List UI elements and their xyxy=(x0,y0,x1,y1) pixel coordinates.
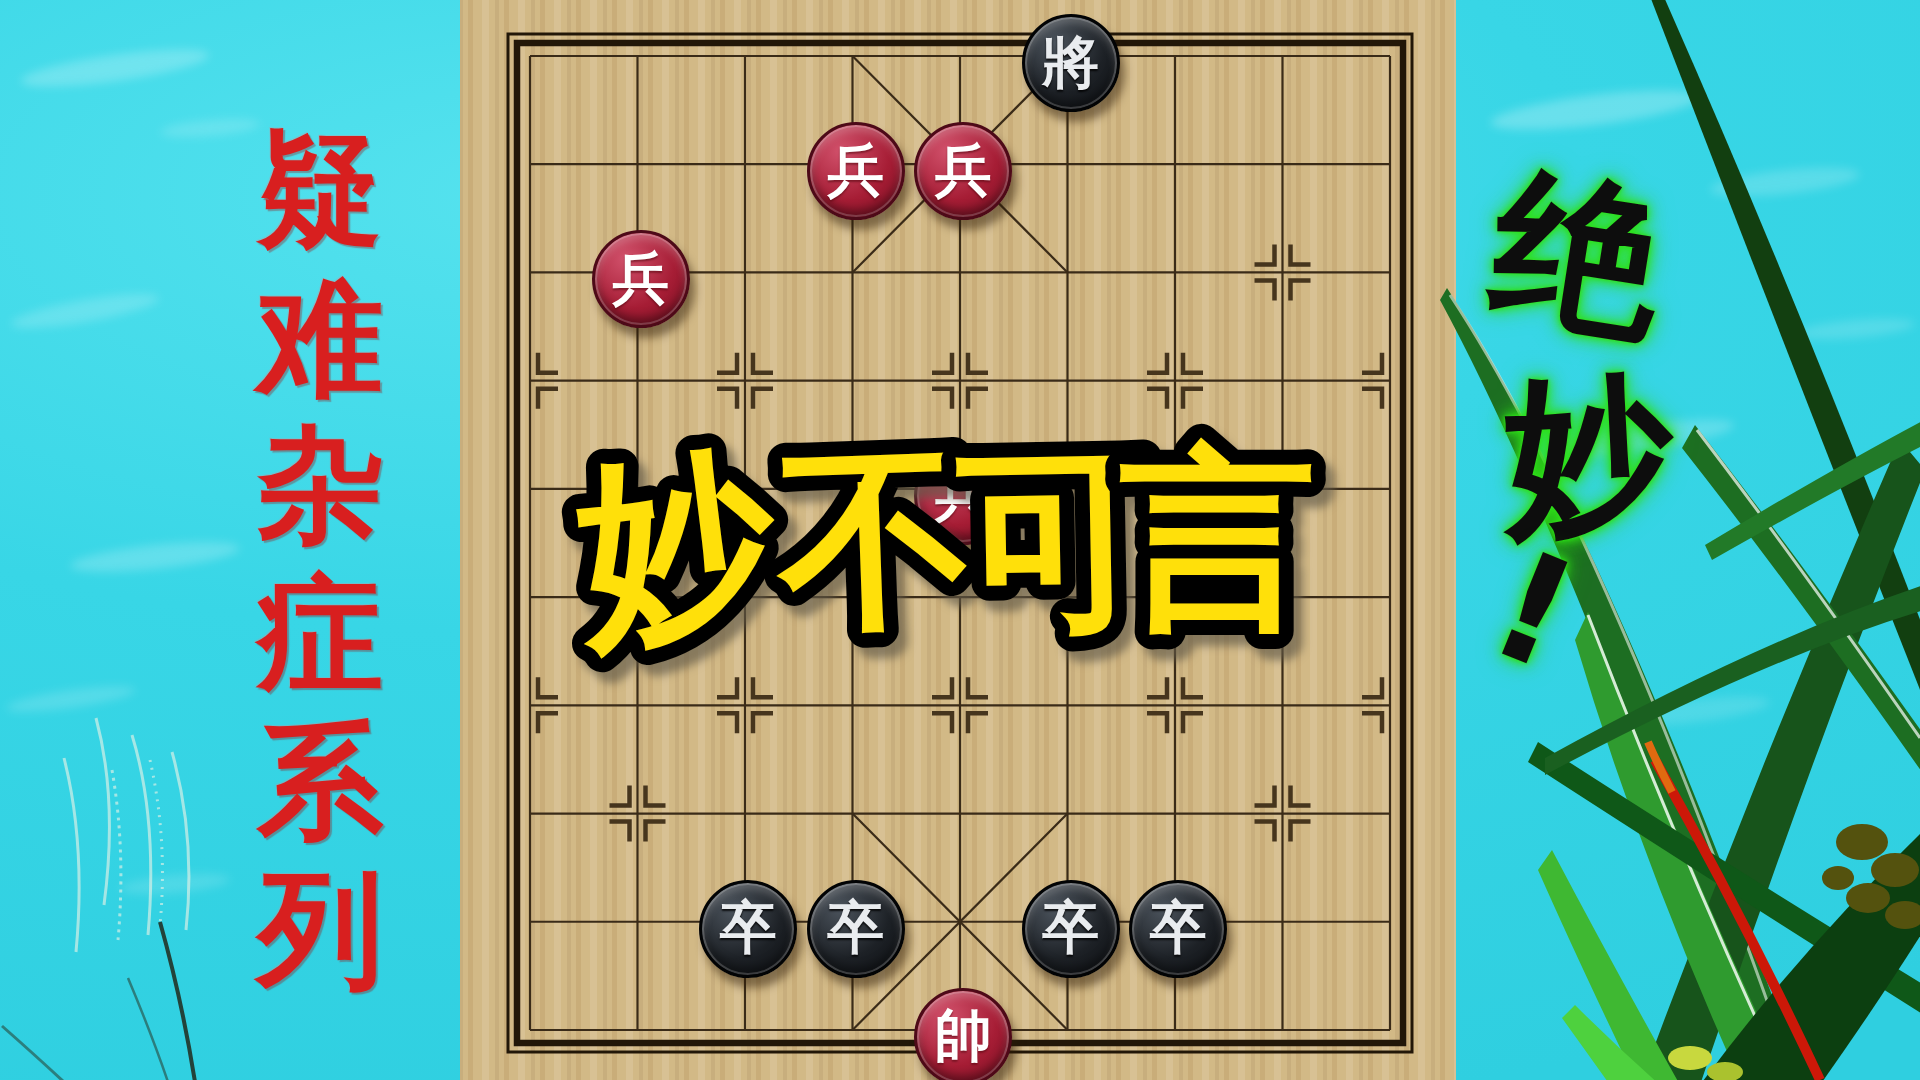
piece-red-pawn[interactable]: 兵 xyxy=(592,230,690,328)
piece-glyph: 帥 xyxy=(935,998,992,1075)
piece-glyph: 兵 xyxy=(612,241,669,318)
piece-black-general[interactable]: 將 xyxy=(1022,14,1120,112)
piece-black-pawn[interactable]: 卒 xyxy=(807,880,905,978)
pieces-layer: 將兵兵兵兵卒卒卒卒帥 xyxy=(0,0,1920,1080)
piece-glyph: 卒 xyxy=(1150,890,1207,967)
piece-glyph: 卒 xyxy=(720,890,777,967)
piece-black-pawn[interactable]: 卒 xyxy=(1022,880,1120,978)
piece-glyph: 卒 xyxy=(827,890,884,967)
piece-glyph: 將 xyxy=(1042,25,1099,102)
piece-glyph: 兵 xyxy=(935,457,992,534)
piece-black-pawn[interactable]: 卒 xyxy=(699,880,797,978)
piece-glyph: 卒 xyxy=(1042,890,1099,967)
scene: 將兵兵兵兵卒卒卒卒帥 疑 难 杂 症 系 列 绝 妙 ! 妙 不 可 言 xyxy=(0,0,1920,1080)
piece-glyph: 兵 xyxy=(935,133,992,210)
piece-red-general[interactable]: 帥 xyxy=(914,988,1012,1080)
piece-red-pawn[interactable]: 兵 xyxy=(914,122,1012,220)
piece-red-pawn[interactable]: 兵 xyxy=(914,447,1012,545)
piece-black-pawn[interactable]: 卒 xyxy=(1129,880,1227,978)
piece-red-pawn[interactable]: 兵 xyxy=(807,122,905,220)
piece-glyph: 兵 xyxy=(827,133,884,210)
